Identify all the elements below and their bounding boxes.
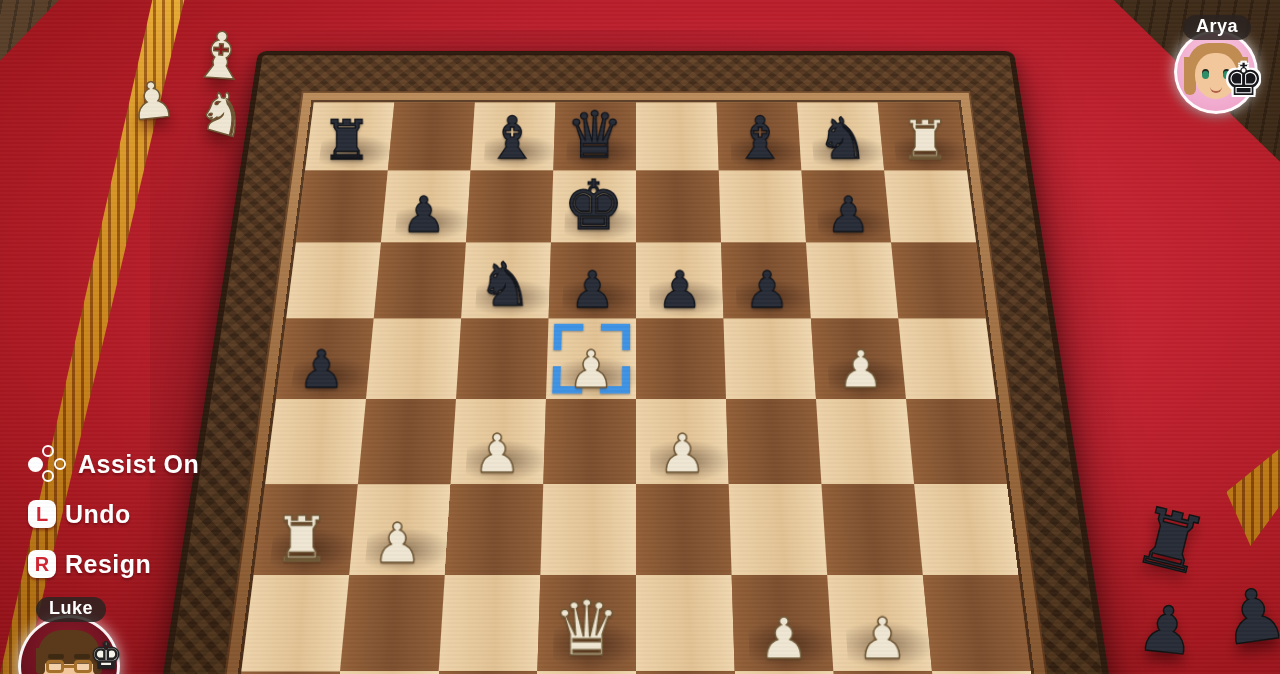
square-a7[interactable]	[296, 171, 388, 243]
square-a4[interactable]	[265, 399, 366, 484]
square-e8[interactable]	[636, 102, 719, 170]
square-e3[interactable]	[636, 484, 732, 575]
square-g2[interactable]: ♟	[827, 575, 932, 671]
white-pawn-f2[interactable]: ♟	[735, 610, 834, 667]
square-c8[interactable]: ♝	[471, 102, 556, 170]
square-h7[interactable]	[884, 171, 976, 243]
undo-label: Undo	[65, 500, 131, 529]
square-f8[interactable]: ♝	[717, 102, 802, 170]
square-b6[interactable]	[374, 242, 466, 318]
square-b8[interactable]	[388, 102, 475, 170]
square-a2[interactable]	[241, 575, 349, 671]
l-button-icon[interactable]: L	[28, 500, 56, 528]
square-g6[interactable]	[806, 242, 898, 318]
square-e7[interactable]	[636, 171, 721, 243]
black-king-icon: ♚	[1224, 58, 1263, 102]
captured-black-pawn: ♟	[1217, 576, 1280, 656]
game-scene: ♜♝♛♝♞♜♟♚♟♞♟♟♟♟♟♟♟♟♜♟♛♟♟♞♝♚ ♟♝♞ ♜♟♟ Assis…	[0, 0, 1280, 674]
black-bishop-f8[interactable]: ♝	[719, 109, 802, 168]
black-pawn-d6[interactable]: ♟	[549, 265, 636, 315]
black-queen-d8[interactable]: ♛	[553, 103, 636, 167]
square-c2[interactable]	[439, 575, 541, 671]
square-e4[interactable]: ♟	[636, 399, 729, 484]
player-name-black: Arya	[1183, 15, 1251, 40]
square-h3[interactable]	[914, 484, 1018, 575]
black-pawn-g7[interactable]: ♟	[806, 190, 891, 239]
black-knight-c6[interactable]: ♞	[461, 255, 548, 315]
square-b2[interactable]	[340, 575, 445, 671]
chess-board[interactable]: ♜♝♛♝♞♜♟♚♟♞♟♟♟♟♟♟♟♟♜♟♛♟♟♞♝♚	[228, 102, 1044, 674]
square-d2[interactable]: ♛	[537, 575, 636, 671]
black-pawn-a5[interactable]: ♟	[276, 343, 366, 395]
black-pawn-f6[interactable]: ♟	[723, 265, 810, 315]
square-f3[interactable]	[729, 484, 827, 575]
square-b3[interactable]: ♟	[349, 484, 450, 575]
black-pawn-b7[interactable]: ♟	[381, 190, 466, 239]
square-f5[interactable]	[723, 319, 816, 399]
square-e2[interactable]	[636, 575, 735, 671]
square-h5[interactable]	[898, 319, 996, 399]
square-h2[interactable]	[923, 575, 1031, 671]
square-d4[interactable]	[543, 399, 636, 484]
square-d3[interactable]	[540, 484, 636, 575]
square-f4[interactable]	[726, 399, 821, 484]
square-f2[interactable]: ♟	[732, 575, 834, 671]
square-a6[interactable]	[286, 242, 381, 318]
square-b5[interactable]	[366, 319, 461, 399]
square-c3[interactable]	[445, 484, 543, 575]
square-b4[interactable]	[358, 399, 456, 484]
player-name-white: Luke	[36, 597, 106, 622]
square-a3[interactable]: ♜	[254, 484, 358, 575]
black-pawn-e6[interactable]: ♟	[636, 265, 723, 315]
square-c5[interactable]	[456, 319, 549, 399]
white-pawn-g5[interactable]: ♟	[816, 343, 906, 395]
square-g5[interactable]: ♟	[811, 319, 906, 399]
square-f6[interactable]: ♟	[721, 242, 811, 318]
square-a5[interactable]: ♟	[276, 319, 374, 399]
resign-row[interactable]: R Resign	[28, 548, 199, 580]
square-h4[interactable]	[906, 399, 1007, 484]
square-a8[interactable]: ♜	[305, 102, 394, 170]
white-king-icon: ♚	[90, 638, 122, 674]
undo-row[interactable]: L Undo	[28, 498, 199, 530]
button-cluster-icon	[28, 444, 68, 484]
captured-black-rook: ♜	[1128, 495, 1215, 588]
white-pawn-b3[interactable]: ♟	[350, 516, 445, 571]
black-knight-g8[interactable]: ♞	[801, 111, 884, 168]
square-d7[interactable]: ♚	[551, 171, 636, 243]
white-rook-a3[interactable]: ♜	[254, 507, 349, 571]
square-g8[interactable]: ♞	[797, 102, 884, 170]
black-rook-a8[interactable]: ♜	[305, 112, 388, 167]
assist-label: Assist On	[78, 450, 199, 479]
square-f7[interactable]	[719, 171, 806, 243]
white-pawn-c4[interactable]: ♟	[451, 427, 544, 480]
white-pawn-d5[interactable]: ♟	[546, 343, 636, 395]
black-king-d7[interactable]: ♚	[551, 171, 636, 239]
square-c6[interactable]: ♞	[461, 242, 551, 318]
white-queen-d2[interactable]: ♛	[537, 590, 636, 667]
square-b7[interactable]: ♟	[381, 171, 471, 243]
black-bishop-c8[interactable]: ♝	[471, 109, 554, 168]
resign-label: Resign	[65, 550, 151, 579]
white-pawn-g2[interactable]: ♟	[833, 610, 932, 667]
square-d6[interactable]: ♟	[549, 242, 636, 318]
square-g4[interactable]	[816, 399, 914, 484]
square-d8[interactable]: ♛	[553, 102, 636, 170]
chess-board-frame: ♜♝♛♝♞♜♟♚♟♞♟♟♟♟♟♟♟♟♜♟♛♟♟♞♝♚	[135, 51, 1138, 674]
square-c4[interactable]: ♟	[451, 399, 546, 484]
assist-row: Assist On	[28, 448, 199, 480]
square-e6[interactable]: ♟	[636, 242, 723, 318]
white-pawn-e4[interactable]: ♟	[636, 427, 729, 480]
square-e5[interactable]	[636, 319, 726, 399]
square-g3[interactable]	[821, 484, 922, 575]
square-h6[interactable]	[891, 242, 986, 318]
square-c7[interactable]	[466, 171, 553, 243]
captured-black-pawn: ♟	[1135, 595, 1199, 665]
square-h8[interactable]: ♜	[878, 102, 967, 170]
hud-panel: Assist On L Undo R Resign	[28, 448, 199, 598]
square-g7[interactable]: ♟	[801, 171, 891, 243]
white-rook-h8[interactable]: ♜	[884, 112, 967, 167]
r-button-icon[interactable]: R	[28, 550, 56, 578]
square-d5[interactable]: ♟	[546, 319, 636, 399]
